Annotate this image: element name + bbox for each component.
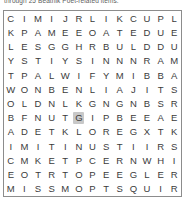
grid-cell[interactable]: E (154, 168, 168, 182)
grid-letter: O (73, 183, 84, 195)
grid-letter: T (60, 154, 71, 166)
grid-cell[interactable]: N (99, 54, 113, 68)
grid-letter: C (128, 12, 139, 24)
grid-cell[interactable]: T (154, 82, 168, 96)
grid-cell[interactable]: K (4, 25, 18, 39)
grid-letter: L (87, 83, 98, 95)
grid-cell[interactable]: S (18, 54, 32, 68)
grid-cell[interactable]: L (167, 11, 181, 25)
grid-letter: O (87, 126, 98, 138)
grid-cell[interactable]: R (113, 153, 127, 167)
grid-cell[interactable]: Y (99, 68, 113, 82)
word-grid: CIMIJRLIKCUPLKPAMEEOATEDUELESGGHRBULDDUY… (3, 10, 182, 197)
grid-cell[interactable]: U (45, 111, 59, 125)
grid-cell[interactable]: K (31, 153, 45, 167)
grid-cell[interactable]: L (86, 82, 100, 96)
grid-letter: T (5, 69, 16, 81)
grid-cell[interactable]: O (86, 125, 100, 139)
grid-cell[interactable]: S (72, 54, 86, 68)
grid-letter: A (101, 26, 112, 38)
grid-cell[interactable]: D (154, 39, 168, 53)
grid-cell[interactable]: I (154, 182, 168, 196)
grid-cell[interactable]: N (127, 153, 141, 167)
grid-cell[interactable]: T (113, 139, 127, 153)
grid-cell[interactable]: C (4, 11, 18, 25)
grid-letter: K (60, 126, 71, 138)
grid-cell[interactable]: E (167, 25, 181, 39)
grid-cell[interactable]: I (18, 182, 32, 196)
grid-letter: I (5, 140, 16, 152)
grid-cell[interactable]: C (4, 153, 18, 167)
grid-cell[interactable]: I (140, 82, 154, 96)
grid-cell[interactable]: T (58, 153, 72, 167)
grid-cell[interactable]: N (72, 139, 86, 153)
grid-cell[interactable]: P (18, 25, 32, 39)
grid-letter: U (155, 26, 166, 38)
grid-cell[interactable]: E (58, 25, 72, 39)
grid-cell[interactable]: F (86, 68, 100, 82)
grid-cell[interactable]: O (72, 182, 86, 196)
grid-letter: K (169, 126, 180, 138)
grid-cell[interactable]: U (86, 139, 100, 153)
grid-cell[interactable]: S (154, 96, 168, 110)
grid-cell[interactable]: E (4, 168, 18, 182)
grid-cell[interactable]: N (31, 82, 45, 96)
grid-cell[interactable]: A (154, 111, 168, 125)
grid-cell[interactable]: L (72, 125, 86, 139)
grid-cell[interactable]: J (127, 82, 141, 96)
grid-letter: L (46, 69, 57, 81)
grid-cell[interactable]: A (99, 25, 113, 39)
grid-cell[interactable]: L (45, 68, 59, 82)
grid-letter: L (141, 169, 152, 181)
grid-cell[interactable]: I (86, 54, 100, 68)
grid-letter: R (141, 55, 152, 67)
grid-letter: E (169, 112, 180, 124)
grid-cell[interactable]: D (18, 125, 32, 139)
grid-letter: E (128, 26, 139, 38)
grid-letter: L (128, 41, 139, 53)
grid-cell[interactable]: J (58, 11, 72, 25)
grid-letter: N (46, 97, 57, 109)
grid-cell[interactable]: A (4, 125, 18, 139)
grid-letter: N (114, 55, 125, 67)
grid-cell[interactable]: I (99, 82, 113, 96)
grid-cell[interactable]: T (45, 125, 59, 139)
grid-cell[interactable]: E (45, 153, 59, 167)
grid-letter: I (87, 112, 98, 124)
grid-cell[interactable]: I (58, 139, 72, 153)
grid-cell[interactable]: L (140, 168, 154, 182)
grid-cell[interactable]: L (18, 96, 32, 110)
grid-letter: A (33, 69, 44, 81)
grid-cell[interactable]: I (127, 68, 141, 82)
grid-letter: E (5, 169, 16, 181)
grid-letter: C (5, 12, 16, 24)
grid-cell[interactable]: P (154, 11, 168, 25)
grid-cell[interactable]: T (99, 182, 113, 196)
grid-letter: A (155, 55, 166, 67)
grid-letter: I (33, 140, 44, 152)
grid-letter: T (33, 55, 44, 67)
grid-cell[interactable]: G (113, 96, 127, 110)
grid-cell[interactable]: R (167, 168, 181, 182)
grid-letter: E (101, 154, 112, 166)
grid-cell[interactable]: E (140, 111, 154, 125)
grid-cell[interactable]: W (140, 153, 154, 167)
grid-cell[interactable]: W (4, 82, 18, 96)
grid-letter: N (33, 112, 44, 124)
grid-letter: M (169, 55, 180, 67)
grid-cell[interactable]: D (140, 25, 154, 39)
grid-letter: T (46, 140, 57, 152)
grid-letter: M (19, 140, 30, 152)
grid-letter: S (33, 183, 44, 195)
grid-letter: N (101, 55, 112, 67)
grid-letter: J (60, 12, 71, 24)
grid-cell[interactable]: S (167, 82, 181, 96)
grid-letter: Y (5, 55, 16, 67)
grid-cell[interactable]: L (4, 39, 18, 53)
grid-cell[interactable]: L (58, 96, 72, 110)
grid-letter: R (169, 169, 180, 181)
grid-letter: M (33, 12, 44, 24)
grid-cell[interactable]: K (113, 11, 127, 25)
grid-letter: T (114, 26, 125, 38)
grid-cell[interactable]: C (86, 153, 100, 167)
grid-letter: S (73, 55, 84, 67)
grid-cell[interactable]: B (99, 39, 113, 53)
grid-cell[interactable]: T (31, 168, 45, 182)
grid-cell[interactable]: E (167, 111, 181, 125)
grid-cell[interactable]: R (140, 54, 154, 68)
grid-cell[interactable]: S (31, 39, 45, 53)
grid-cell[interactable]: N (31, 111, 45, 125)
grid-letter: C (5, 154, 16, 166)
grid-cell[interactable]: U (140, 182, 154, 196)
grid-cell[interactable]: H (72, 39, 86, 53)
grid-letter: C (87, 154, 98, 166)
grid-letter: T (33, 169, 44, 181)
grid-cell[interactable]: G (127, 168, 141, 182)
grid-letter: N (128, 154, 139, 166)
grid-cell[interactable]: I (86, 111, 100, 125)
grid-cell[interactable]: S (45, 182, 59, 196)
grid-cell[interactable]: R (86, 39, 100, 53)
grid-cell[interactable]: R (72, 11, 86, 25)
grid-letter: L (169, 12, 180, 24)
grid-cell[interactable]: M (45, 25, 59, 39)
grid-letter: L (19, 97, 30, 109)
grid-letter: R (87, 41, 98, 53)
grid-letter: A (5, 126, 16, 138)
grid-letter: O (73, 169, 84, 181)
grid-letter: F (19, 112, 30, 124)
grid-letter: K (5, 26, 16, 38)
grid-letter: B (141, 69, 152, 81)
grid-letter: N (33, 83, 44, 95)
grid-cell[interactable]: M (4, 182, 18, 196)
grid-cell[interactable]: I (140, 139, 154, 153)
grid-letter: I (101, 12, 112, 24)
grid-cell[interactable]: O (72, 168, 86, 182)
grid-letter: I (128, 140, 139, 152)
grid-cell-highlighted[interactable]: G (72, 111, 86, 125)
grid-cell[interactable]: R (45, 168, 59, 182)
grid-cell[interactable]: B (140, 96, 154, 110)
grid-letter: W (60, 69, 71, 81)
grid-cell[interactable]: U (154, 25, 168, 39)
grid-cell[interactable]: B (4, 111, 18, 125)
grid-cell[interactable]: S (167, 139, 181, 153)
grid-letter: F (87, 69, 98, 81)
grid-cell[interactable]: U (113, 39, 127, 53)
grid-cell[interactable]: T (154, 125, 168, 139)
grid-letter: L (5, 41, 16, 53)
grid-letter: O (19, 169, 30, 181)
grid-letter: Y (60, 55, 71, 67)
grid-letter: L (73, 126, 84, 138)
grid-letter: K (73, 97, 84, 109)
grid-letter: R (169, 97, 180, 109)
grid-letter: G (46, 41, 57, 53)
grid-letter: I (101, 83, 112, 95)
grid-cell[interactable]: E (113, 125, 127, 139)
grid-cell[interactable]: Y (4, 54, 18, 68)
grid-cell[interactable]: I (72, 68, 86, 82)
grid-cell[interactable]: X (140, 125, 154, 139)
grid-cell[interactable]: E (72, 25, 86, 39)
grid-cell[interactable]: E (58, 82, 72, 96)
grid-cell[interactable]: M (113, 68, 127, 82)
grid-letter: U (46, 112, 57, 124)
grid-cell[interactable]: M (58, 182, 72, 196)
grid-cell[interactable]: U (140, 11, 154, 25)
grid-cell[interactable]: R (154, 139, 168, 153)
grid-letter: U (141, 183, 152, 195)
grid-cell[interactable]: B (154, 68, 168, 82)
grid-letter: S (169, 140, 180, 152)
puzzle-caption: through 25 Beatnik Poet-related items. (4, 0, 119, 5)
grid-cell[interactable]: L (127, 39, 141, 53)
grid-cell[interactable]: S (113, 182, 127, 196)
grid-letter: B (5, 112, 16, 124)
grid-cell[interactable]: A (113, 82, 127, 96)
grid-letter: A (155, 112, 166, 124)
grid-cell[interactable]: O (18, 168, 32, 182)
grid-letter: Y (101, 69, 112, 81)
grid-cell[interactable]: P (86, 168, 100, 182)
grid-cell[interactable]: E (99, 168, 113, 182)
grid-cell[interactable]: E (18, 39, 32, 53)
grid-letter: I (155, 183, 166, 195)
grid-cell[interactable]: T (45, 139, 59, 153)
grid-cell[interactable]: I (31, 139, 45, 153)
grid-cell[interactable]: I (99, 11, 113, 25)
grid-letter: D (155, 41, 166, 53)
grid-cell[interactable]: G (58, 39, 72, 53)
grid-cell[interactable]: I (45, 54, 59, 68)
grid-letter: A (33, 26, 44, 38)
grid-letter: N (73, 140, 84, 152)
grid-cell[interactable]: B (140, 68, 154, 82)
grid-letter: R (155, 140, 166, 152)
grid-cell[interactable]: K (72, 96, 86, 110)
grid-letter: E (60, 26, 71, 38)
grid-cell[interactable]: Q (127, 182, 141, 196)
grid-cell[interactable]: R (167, 182, 181, 196)
grid-letter: R (46, 169, 57, 181)
grid-letter: B (46, 83, 57, 95)
grid-letter: D (141, 26, 152, 38)
grid-cell[interactable]: I (18, 11, 32, 25)
grid-cell[interactable]: N (72, 82, 86, 96)
grid-letter: I (128, 69, 139, 81)
grid-cell[interactable]: K (167, 125, 181, 139)
grid-letter: J (128, 83, 139, 95)
grid-cell[interactable]: U (167, 39, 181, 53)
grid-cell[interactable]: E (127, 111, 141, 125)
grid-letter: E (46, 154, 57, 166)
grid-letter: E (33, 126, 44, 138)
grid-letter: E (73, 26, 84, 38)
grid-letter: U (169, 41, 180, 53)
grid-letter: M (46, 26, 57, 38)
grid-cell[interactable]: I (4, 139, 18, 153)
grid-cell[interactable]: D (31, 96, 45, 110)
grid-letter: B (101, 41, 112, 53)
grid-letter: P (155, 12, 166, 24)
grid-cell[interactable]: T (58, 111, 72, 125)
grid-cell[interactable]: K (58, 125, 72, 139)
grid-cell[interactable]: G (45, 39, 59, 53)
grid-cell[interactable]: D (140, 39, 154, 53)
grid-cell[interactable]: T (31, 54, 45, 68)
grid-cell[interactable]: E (99, 153, 113, 167)
grid-cell[interactable]: T (4, 68, 18, 82)
grid-cell[interactable]: T (113, 25, 127, 39)
grid-letter: T (60, 169, 71, 181)
grid-cell[interactable]: I (127, 139, 141, 153)
grid-letter: R (101, 126, 112, 138)
grid-cell[interactable]: N (113, 54, 127, 68)
grid-letter: E (141, 112, 152, 124)
grid-cell[interactable]: I (167, 153, 181, 167)
grid-cell[interactable]: B (113, 111, 127, 125)
grid-letter: E (19, 41, 30, 53)
grid-cell[interactable]: A (154, 54, 168, 68)
grid-cell[interactable]: N (45, 96, 59, 110)
grid-letter: O (87, 26, 98, 38)
grid-letter: W (141, 154, 152, 166)
grid-cell[interactable]: G (86, 96, 100, 110)
grid-cell[interactable]: N (127, 96, 141, 110)
grid-letter: N (128, 55, 139, 67)
grid-cell[interactable]: M (18, 139, 32, 153)
grid-letter: G (128, 126, 139, 138)
grid-cell[interactable]: M (31, 11, 45, 25)
grid-letter: E (114, 169, 125, 181)
grid-letter: A (169, 69, 180, 81)
grid-letter: R (169, 183, 180, 195)
grid-cell[interactable]: E (31, 125, 45, 139)
grid-letter: U (141, 12, 152, 24)
grid-cell[interactable]: M (18, 153, 32, 167)
grid-cell[interactable]: C (127, 11, 141, 25)
grid-letter: G (60, 41, 71, 53)
grid-cell[interactable]: H (154, 153, 168, 167)
grid-letter: E (60, 83, 71, 95)
grid-letter: R (114, 154, 125, 166)
grid-cell[interactable]: A (167, 68, 181, 82)
grid-cell[interactable]: Y (58, 54, 72, 68)
grid-cell[interactable]: F (18, 111, 32, 125)
grid-letter: B (141, 97, 152, 109)
grid-letter: E (155, 169, 166, 181)
grid-letter: N (128, 97, 139, 109)
grid-letter: N (73, 83, 84, 95)
grid-letter: T (101, 183, 112, 195)
grid-cell[interactable]: I (45, 11, 59, 25)
grid-cell[interactable]: E (127, 25, 141, 39)
grid-cell[interactable]: O (4, 96, 18, 110)
grid-cell[interactable]: E (113, 168, 127, 182)
grid-cell[interactable]: O (86, 25, 100, 39)
grid-letter: M (5, 183, 16, 195)
grid-cell[interactable]: T (58, 168, 72, 182)
grid-letter: S (114, 183, 125, 195)
grid-cell[interactable]: P (99, 111, 113, 125)
grid-cell[interactable]: M (167, 54, 181, 68)
grid-letter: P (87, 183, 98, 195)
grid-letter: P (87, 169, 98, 181)
grid-letter: L (87, 12, 98, 24)
grid-letter: G (114, 97, 125, 109)
grid-letter: T (114, 140, 125, 152)
grid-letter: L (60, 97, 71, 109)
grid-letter: B (114, 112, 125, 124)
grid-letter: T (155, 126, 166, 138)
grid-letter: I (19, 183, 30, 195)
grid-letter: B (155, 69, 166, 81)
grid-cell[interactable]: G (127, 125, 141, 139)
grid-letter: I (46, 12, 57, 24)
grid-cell[interactable]: S (31, 182, 45, 196)
grid-cell[interactable]: W (58, 68, 72, 82)
grid-cell[interactable]: B (45, 82, 59, 96)
grid-cell[interactable]: R (99, 125, 113, 139)
grid-letter: I (60, 140, 71, 152)
grid-letter: M (19, 154, 30, 166)
grid-cell[interactable]: P (86, 182, 100, 196)
grid-cell[interactable]: P (72, 153, 86, 167)
grid-letter: G (128, 169, 139, 181)
grid-cell[interactable]: O (18, 82, 32, 96)
grid-letter: T (46, 126, 57, 138)
grid-cell[interactable]: L (86, 11, 100, 25)
grid-cell[interactable]: A (31, 68, 45, 82)
grid-cell[interactable]: P (18, 68, 32, 82)
grid-cell[interactable]: N (127, 54, 141, 68)
grid-letter: H (73, 41, 84, 53)
grid-letter: E (114, 126, 125, 138)
grid-cell[interactable]: N (99, 96, 113, 110)
grid-cell[interactable]: R (167, 96, 181, 110)
grid-cell[interactable]: S (99, 139, 113, 153)
grid-letter: I (141, 83, 152, 95)
grid-letter: M (114, 69, 125, 81)
grid-cell[interactable]: A (31, 25, 45, 39)
